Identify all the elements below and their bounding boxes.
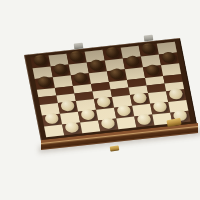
checker-piece-dark[interactable] (53, 63, 68, 75)
checker-piece-light[interactable] (152, 101, 167, 113)
checker-piece-light[interactable] (132, 92, 147, 104)
checker-piece-light[interactable] (100, 117, 115, 129)
checker-piece-light[interactable] (80, 108, 95, 120)
hinge-tab-left (74, 43, 84, 50)
hinge-tab-right (144, 35, 154, 42)
checker-piece-light[interactable] (136, 113, 151, 125)
board-square[interactable] (134, 115, 154, 128)
board-square[interactable] (80, 121, 100, 134)
checker-piece-dark[interactable] (125, 55, 140, 67)
checker-piece-light[interactable] (168, 88, 183, 100)
checker-piece-dark[interactable] (109, 68, 124, 80)
checker-piece-dark[interactable] (37, 76, 52, 88)
checker-piece-light[interactable] (96, 96, 111, 108)
brass-front-latch (110, 145, 120, 151)
checker-piece-light[interactable] (60, 100, 75, 112)
board-square[interactable] (116, 117, 136, 130)
board-square[interactable] (98, 119, 118, 132)
checker-piece-dark[interactable] (105, 46, 120, 58)
checker-piece-dark[interactable] (69, 50, 84, 62)
checker-piece-dark[interactable] (145, 64, 160, 76)
checker-piece-dark[interactable] (73, 72, 88, 84)
checker-piece-dark[interactable] (141, 42, 156, 54)
board-square[interactable] (62, 122, 82, 135)
board-square[interactable] (44, 124, 64, 137)
checker-piece-dark[interactable] (89, 59, 104, 71)
checker-piece-dark[interactable] (161, 51, 176, 63)
checkers-set-photo (0, 0, 200, 200)
checker-piece-light[interactable] (64, 121, 79, 133)
checker-piece-dark[interactable] (33, 54, 48, 66)
checker-piece-light[interactable] (116, 104, 131, 116)
checker-piece-light[interactable] (44, 112, 59, 124)
